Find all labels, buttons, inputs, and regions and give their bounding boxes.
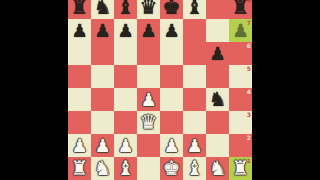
piece-black-pawn: ♟ bbox=[160, 19, 183, 42]
piece-white-pawn: ♟ bbox=[91, 134, 114, 157]
square-b1[interactable]: ♞ bbox=[91, 157, 114, 180]
piece-black-pawn: ♟ bbox=[91, 19, 114, 42]
rank-label-2: 2 bbox=[247, 134, 251, 141]
rank-label-7: 7 bbox=[247, 19, 251, 26]
piece-white-knight: ♞ bbox=[206, 157, 229, 180]
square-d8[interactable]: ♛ bbox=[137, 0, 160, 19]
square-h1[interactable]: ♜1 bbox=[229, 157, 252, 180]
square-e5[interactable] bbox=[160, 65, 183, 88]
square-f8[interactable]: ♝ bbox=[183, 0, 206, 19]
square-c3[interactable] bbox=[114, 111, 137, 134]
square-e8[interactable]: ♚ bbox=[160, 0, 183, 19]
piece-black-bishop: ♝ bbox=[183, 0, 206, 19]
square-c6[interactable] bbox=[114, 42, 137, 65]
square-f6[interactable] bbox=[183, 42, 206, 65]
rank-label-8: 8 bbox=[247, 0, 251, 3]
piece-white-king: ♚ bbox=[160, 157, 183, 180]
square-g6[interactable]: ♟ bbox=[206, 42, 229, 65]
square-d1[interactable] bbox=[137, 157, 160, 180]
square-g3[interactable] bbox=[206, 111, 229, 134]
piece-black-rook: ♜ bbox=[68, 0, 91, 19]
square-c7[interactable]: ♟ bbox=[114, 19, 137, 42]
rank-label-5: 5 bbox=[247, 65, 251, 72]
square-b8[interactable]: ♞ bbox=[91, 0, 114, 19]
piece-black-bishop: ♝ bbox=[114, 0, 137, 19]
square-b4[interactable] bbox=[91, 88, 114, 111]
square-a1[interactable]: ♜ bbox=[68, 157, 91, 180]
piece-white-pawn: ♟ bbox=[68, 134, 91, 157]
square-e6[interactable] bbox=[160, 42, 183, 65]
piece-black-knight: ♞ bbox=[206, 88, 229, 111]
square-f4[interactable] bbox=[183, 88, 206, 111]
square-e4[interactable] bbox=[160, 88, 183, 111]
square-c1[interactable]: ♝ bbox=[114, 157, 137, 180]
square-b5[interactable] bbox=[91, 65, 114, 88]
square-d4[interactable]: ♟ bbox=[137, 88, 160, 111]
square-g2[interactable] bbox=[206, 134, 229, 157]
square-e3[interactable] bbox=[160, 111, 183, 134]
piece-black-knight: ♞ bbox=[91, 0, 114, 19]
square-e7[interactable]: ♟ bbox=[160, 19, 183, 42]
piece-white-bishop: ♝ bbox=[114, 157, 137, 180]
rank-label-1: 1 bbox=[247, 157, 251, 164]
piece-black-queen: ♛ bbox=[137, 0, 160, 19]
square-a6[interactable] bbox=[68, 42, 91, 65]
square-g1[interactable]: ♞ bbox=[206, 157, 229, 180]
piece-black-pawn: ♟ bbox=[137, 19, 160, 42]
square-h3[interactable]: 3 bbox=[229, 111, 252, 134]
square-f1[interactable]: ♝ bbox=[183, 157, 206, 180]
piece-white-bishop: ♝ bbox=[183, 157, 206, 180]
square-e2[interactable]: ♟ bbox=[160, 134, 183, 157]
square-h6[interactable]: 6 bbox=[229, 42, 252, 65]
square-g7[interactable] bbox=[206, 19, 229, 42]
piece-white-rook: ♜ bbox=[68, 157, 91, 180]
square-g4[interactable]: ♞ bbox=[206, 88, 229, 111]
square-a3[interactable] bbox=[68, 111, 91, 134]
square-h2[interactable]: 2 bbox=[229, 134, 252, 157]
square-a5[interactable] bbox=[68, 65, 91, 88]
piece-black-pawn: ♟ bbox=[206, 42, 229, 65]
rank-label-4: 4 bbox=[247, 88, 251, 95]
square-g8[interactable] bbox=[206, 0, 229, 19]
piece-white-pawn: ♟ bbox=[137, 88, 160, 111]
square-f5[interactable] bbox=[183, 65, 206, 88]
square-a4[interactable] bbox=[68, 88, 91, 111]
square-a8[interactable]: ♜ bbox=[68, 0, 91, 19]
rank-label-3: 3 bbox=[247, 111, 251, 118]
square-c8[interactable]: ♝ bbox=[114, 0, 137, 19]
square-d3[interactable]: ♛ bbox=[137, 111, 160, 134]
square-h4[interactable]: 4 bbox=[229, 88, 252, 111]
piece-white-pawn: ♟ bbox=[160, 134, 183, 157]
rank-label-6: 6 bbox=[247, 42, 251, 49]
square-f3[interactable] bbox=[183, 111, 206, 134]
square-c5[interactable] bbox=[114, 65, 137, 88]
piece-white-queen: ♛ bbox=[137, 111, 160, 134]
square-h8[interactable]: ♜8 bbox=[229, 0, 252, 19]
letterbox-left bbox=[0, 0, 68, 180]
square-e1[interactable]: ♚ bbox=[160, 157, 183, 180]
square-g5[interactable] bbox=[206, 65, 229, 88]
piece-white-pawn: ♟ bbox=[183, 134, 206, 157]
square-a2[interactable]: ♟ bbox=[68, 134, 91, 157]
square-b2[interactable]: ♟ bbox=[91, 134, 114, 157]
square-f7[interactable] bbox=[183, 19, 206, 42]
letterbox-right bbox=[252, 0, 320, 180]
square-b7[interactable]: ♟ bbox=[91, 19, 114, 42]
piece-black-pawn: ♟ bbox=[68, 19, 91, 42]
piece-white-knight: ♞ bbox=[91, 157, 114, 180]
square-b6[interactable] bbox=[91, 42, 114, 65]
chess-board: ♜♞♝♛♚♝♜8♟♟♟♟♟♟7♟65♟♞4♛3♟♟♟♟♟2♜♞♝♚♝♞♜1 bbox=[68, 0, 252, 180]
piece-black-pawn: ♟ bbox=[114, 19, 137, 42]
square-d2[interactable] bbox=[137, 134, 160, 157]
video-frame: ♜♞♝♛♚♝♜8♟♟♟♟♟♟7♟65♟♞4♛3♟♟♟♟♟2♜♞♝♚♝♞♜1 bbox=[0, 0, 320, 180]
square-c4[interactable] bbox=[114, 88, 137, 111]
square-d6[interactable] bbox=[137, 42, 160, 65]
square-a7[interactable]: ♟ bbox=[68, 19, 91, 42]
square-h5[interactable]: 5 bbox=[229, 65, 252, 88]
square-d5[interactable] bbox=[137, 65, 160, 88]
square-d7[interactable]: ♟ bbox=[137, 19, 160, 42]
square-b3[interactable] bbox=[91, 111, 114, 134]
square-f2[interactable]: ♟ bbox=[183, 134, 206, 157]
square-h7[interactable]: ♟7 bbox=[229, 19, 252, 42]
piece-black-king: ♚ bbox=[160, 0, 183, 19]
square-c2[interactable]: ♟ bbox=[114, 134, 137, 157]
piece-white-pawn: ♟ bbox=[114, 134, 137, 157]
